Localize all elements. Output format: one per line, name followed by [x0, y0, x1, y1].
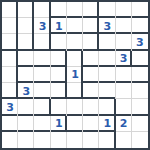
given-digit: 1 — [55, 21, 63, 32]
cell-r4c1[interactable] — [2, 51, 18, 67]
given-digit: 1 — [71, 69, 79, 80]
cell-r7c1[interactable]: 3 — [2, 99, 18, 115]
cell-r4c4[interactable] — [51, 51, 67, 67]
cell-r9c1[interactable] — [2, 132, 18, 148]
cell-r7c7[interactable] — [99, 99, 115, 115]
cell-r4c5[interactable] — [67, 51, 83, 67]
cell-r6c5[interactable] — [67, 83, 83, 99]
cell-r2c6[interactable] — [83, 18, 99, 34]
cell-r3c2[interactable] — [18, 34, 34, 50]
cell-r5c1[interactable] — [2, 67, 18, 83]
given-digit: 1 — [55, 118, 63, 129]
cell-r1c2[interactable] — [18, 2, 34, 18]
cell-r5c4[interactable] — [51, 67, 67, 83]
given-digit: 3 — [120, 53, 128, 64]
cell-r3c9[interactable]: 3 — [132, 34, 148, 50]
given-digit: 1 — [104, 118, 112, 129]
cell-r8c4[interactable]: 1 — [51, 116, 67, 132]
cell-r5c8[interactable] — [116, 67, 132, 83]
cell-r1c3[interactable] — [34, 2, 50, 18]
cell-r2c4[interactable]: 1 — [51, 18, 67, 34]
cell-r1c1[interactable] — [2, 2, 18, 18]
cell-r3c8[interactable] — [116, 34, 132, 50]
cell-r5c5[interactable]: 1 — [67, 67, 83, 83]
cell-r7c8[interactable] — [116, 99, 132, 115]
cell-r1c5[interactable] — [67, 2, 83, 18]
cell-r3c1[interactable] — [2, 34, 18, 50]
cell-r2c1[interactable] — [2, 18, 18, 34]
given-digit: 3 — [6, 102, 14, 113]
cell-r3c6[interactable] — [83, 34, 99, 50]
cell-r4c8[interactable]: 3 — [116, 51, 132, 67]
cell-r6c7[interactable] — [99, 83, 115, 99]
cell-r3c5[interactable] — [67, 34, 83, 50]
cell-r1c8[interactable] — [116, 2, 132, 18]
given-digit: 3 — [136, 37, 144, 48]
cell-r5c2[interactable] — [18, 67, 34, 83]
cell-r6c9[interactable] — [132, 83, 148, 99]
cell-r4c9[interactable] — [132, 51, 148, 67]
cell-r7c9[interactable] — [132, 99, 148, 115]
cell-r2c5[interactable] — [67, 18, 83, 34]
cell-r1c7[interactable] — [99, 2, 115, 18]
cell-r6c6[interactable] — [83, 83, 99, 99]
cell-r4c7[interactable] — [99, 51, 115, 67]
cell-r1c9[interactable] — [132, 2, 148, 18]
cell-r3c4[interactable] — [51, 34, 67, 50]
cell-r2c9[interactable] — [132, 18, 148, 34]
cell-r5c6[interactable] — [83, 67, 99, 83]
given-digit: 3 — [23, 86, 31, 97]
cell-r3c3[interactable] — [34, 34, 50, 50]
cell-r9c8[interactable] — [116, 132, 132, 148]
cell-r1c4[interactable] — [51, 2, 67, 18]
cell-r5c9[interactable] — [132, 67, 148, 83]
cell-r9c9[interactable] — [132, 132, 148, 148]
puzzle-grid: 31333133112 — [0, 0, 150, 150]
cell-r5c7[interactable] — [99, 67, 115, 83]
cell-r8c9[interactable] — [132, 116, 148, 132]
cell-r2c2[interactable] — [18, 18, 34, 34]
cell-r9c5[interactable] — [67, 132, 83, 148]
given-digit: 3 — [104, 21, 112, 32]
cell-r8c7[interactable]: 1 — [99, 116, 115, 132]
cell-r8c2[interactable] — [18, 116, 34, 132]
cell-r1c6[interactable] — [83, 2, 99, 18]
cell-r8c8[interactable]: 2 — [116, 116, 132, 132]
cell-r2c8[interactable] — [116, 18, 132, 34]
cell-r9c2[interactable] — [18, 132, 34, 148]
cell-r7c4[interactable] — [51, 99, 67, 115]
cell-r8c1[interactable] — [2, 116, 18, 132]
cell-r5c3[interactable] — [34, 67, 50, 83]
cell-r8c5[interactable] — [67, 116, 83, 132]
cell-r3c7[interactable] — [99, 34, 115, 50]
given-digit: 3 — [39, 21, 47, 32]
cell-r2c3[interactable]: 3 — [34, 18, 50, 34]
cell-r9c3[interactable] — [34, 132, 50, 148]
cell-r6c1[interactable] — [2, 83, 18, 99]
cell-r8c6[interactable] — [83, 116, 99, 132]
cell-r9c6[interactable] — [83, 132, 99, 148]
given-digit: 2 — [120, 118, 128, 129]
cell-r7c5[interactable] — [67, 99, 83, 115]
cell-r7c6[interactable] — [83, 99, 99, 115]
cell-r7c3[interactable] — [34, 99, 50, 115]
cell-r7c2[interactable] — [18, 99, 34, 115]
cell-r4c6[interactable] — [83, 51, 99, 67]
cell-r8c3[interactable] — [34, 116, 50, 132]
cell-r2c7[interactable]: 3 — [99, 18, 115, 34]
puzzle-board: 31333133112 — [0, 0, 150, 150]
cell-r6c4[interactable] — [51, 83, 67, 99]
cell-r9c7[interactable] — [99, 132, 115, 148]
cell-r4c3[interactable] — [34, 51, 50, 67]
cell-r9c4[interactable] — [51, 132, 67, 148]
cell-r6c3[interactable] — [34, 83, 50, 99]
cell-r6c8[interactable] — [116, 83, 132, 99]
cell-r4c2[interactable] — [18, 51, 34, 67]
cell-r6c2[interactable]: 3 — [18, 83, 34, 99]
